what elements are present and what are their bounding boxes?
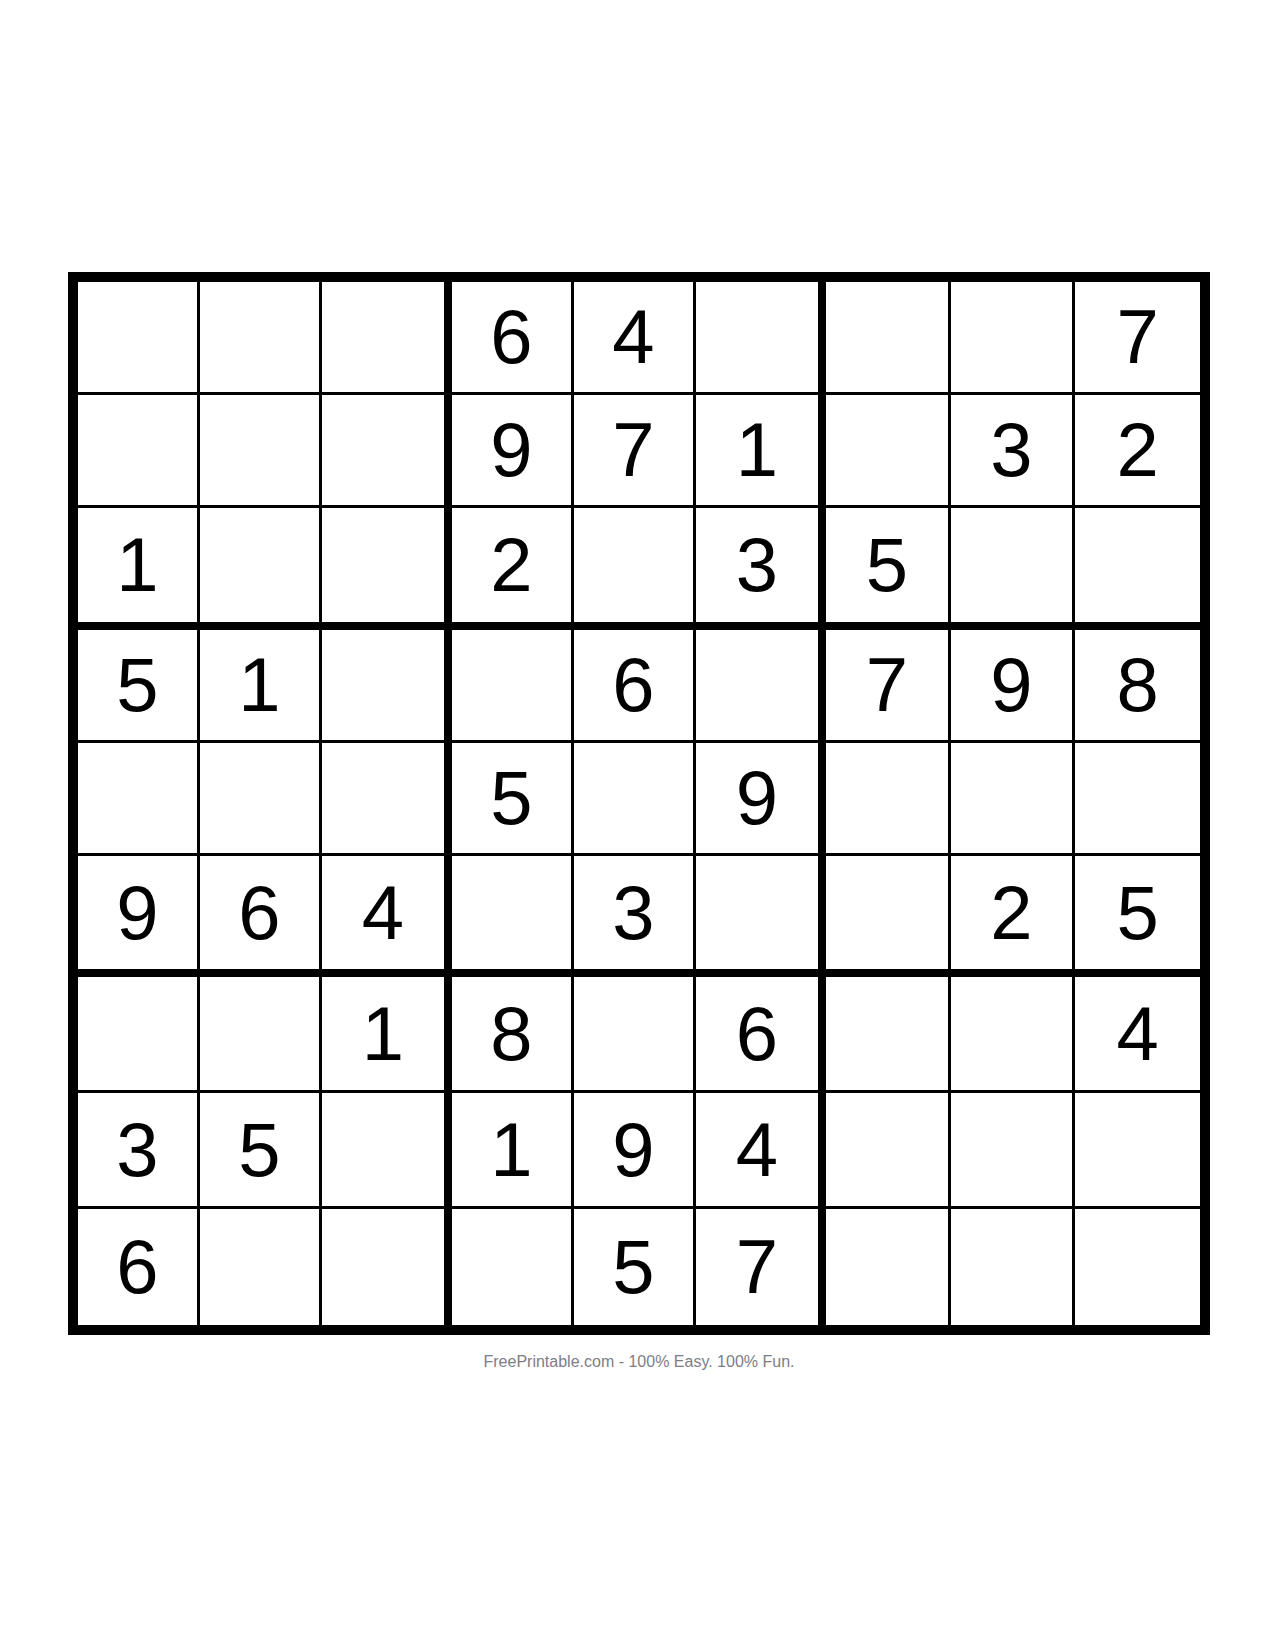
cell-r3c4-given: 2 xyxy=(452,508,574,621)
cell-r4c6-empty xyxy=(696,630,818,743)
cell-r5c9-empty xyxy=(1075,743,1200,856)
cell-r1c6-empty xyxy=(696,282,818,395)
cell-r9c5-given: 5 xyxy=(574,1209,696,1325)
cell-r6c4-empty xyxy=(452,856,574,969)
cell-r2c7-empty xyxy=(826,395,951,508)
cell-r8c9-empty xyxy=(1075,1093,1200,1209)
cell-r9c4-empty xyxy=(452,1209,574,1325)
cell-r8c8-empty xyxy=(951,1093,1076,1209)
cell-r9c8-empty xyxy=(951,1209,1076,1325)
cell-r1c3-empty xyxy=(322,282,444,395)
cell-r8c2-given: 5 xyxy=(200,1093,322,1209)
cell-r4c2-given: 1 xyxy=(200,630,322,743)
box-7: 1356 xyxy=(78,977,452,1325)
cell-r7c1-empty xyxy=(78,977,200,1093)
cell-r8c4-given: 1 xyxy=(452,1093,574,1209)
cell-r3c7-given: 5 xyxy=(826,508,951,621)
cell-r5c4-given: 5 xyxy=(452,743,574,856)
cell-r5c8-empty xyxy=(951,743,1076,856)
cell-r4c3-empty xyxy=(322,630,444,743)
cell-r7c2-empty xyxy=(200,977,322,1093)
cell-r1c2-empty xyxy=(200,282,322,395)
cell-r9c9-empty xyxy=(1075,1209,1200,1325)
cell-r4c1-given: 5 xyxy=(78,630,200,743)
cell-r5c5-empty xyxy=(574,743,696,856)
cell-r4c5-given: 6 xyxy=(574,630,696,743)
cell-r2c6-given: 1 xyxy=(696,395,818,508)
cell-r6c6-empty xyxy=(696,856,818,969)
cell-r9c7-empty xyxy=(826,1209,951,1325)
cell-r2c3-empty xyxy=(322,395,444,508)
cell-r5c3-empty xyxy=(322,743,444,856)
box-2: 6497123 xyxy=(452,282,826,630)
cell-r5c7-empty xyxy=(826,743,951,856)
box-5: 6593 xyxy=(452,630,826,978)
cell-r7c9-given: 4 xyxy=(1075,977,1200,1093)
cell-r3c2-empty xyxy=(200,508,322,621)
cell-r1c4-given: 6 xyxy=(452,282,574,395)
sudoku-board: 16497123732551964659379825135686194574 xyxy=(68,272,1210,1335)
cell-r3c9-empty xyxy=(1075,508,1200,621)
cell-r5c1-empty xyxy=(78,743,200,856)
box-3: 7325 xyxy=(826,282,1200,630)
cell-r1c8-empty xyxy=(951,282,1076,395)
footer-credit: FreePrintable.com - 100% Easy. 100% Fun. xyxy=(68,1353,1210,1371)
cell-r1c9-given: 7 xyxy=(1075,282,1200,395)
cell-r2c9-given: 2 xyxy=(1075,395,1200,508)
cell-r4c4-empty xyxy=(452,630,574,743)
cell-r9c1-given: 6 xyxy=(78,1209,200,1325)
cell-r4c9-given: 8 xyxy=(1075,630,1200,743)
cell-r7c6-given: 6 xyxy=(696,977,818,1093)
box-6: 79825 xyxy=(826,630,1200,978)
cell-r3c3-empty xyxy=(322,508,444,621)
cell-r2c1-empty xyxy=(78,395,200,508)
cell-r5c2-empty xyxy=(200,743,322,856)
cell-r7c5-empty xyxy=(574,977,696,1093)
cell-r7c4-given: 8 xyxy=(452,977,574,1093)
box-9: 4 xyxy=(826,977,1200,1325)
cell-r6c1-given: 9 xyxy=(78,856,200,969)
cell-r6c9-given: 5 xyxy=(1075,856,1200,969)
cell-r9c2-empty xyxy=(200,1209,322,1325)
cell-r9c6-given: 7 xyxy=(696,1209,818,1325)
cell-r2c4-given: 9 xyxy=(452,395,574,508)
cell-r3c1-given: 1 xyxy=(78,508,200,621)
cell-r8c1-given: 3 xyxy=(78,1093,200,1209)
cell-r7c7-empty xyxy=(826,977,951,1093)
cell-r6c7-empty xyxy=(826,856,951,969)
box-4: 51964 xyxy=(78,630,452,978)
cell-r2c8-given: 3 xyxy=(951,395,1076,508)
cell-r2c2-empty xyxy=(200,395,322,508)
cell-r1c5-given: 4 xyxy=(574,282,696,395)
cell-r1c1-empty xyxy=(78,282,200,395)
cell-r2c5-given: 7 xyxy=(574,395,696,508)
cell-r5c6-given: 9 xyxy=(696,743,818,856)
cell-r9c3-empty xyxy=(322,1209,444,1325)
cell-r8c5-given: 9 xyxy=(574,1093,696,1209)
cell-r7c3-given: 1 xyxy=(322,977,444,1093)
cell-r4c8-given: 9 xyxy=(951,630,1076,743)
cell-r8c3-empty xyxy=(322,1093,444,1209)
cell-r7c8-empty xyxy=(951,977,1076,1093)
cell-r8c6-given: 4 xyxy=(696,1093,818,1209)
cell-r3c8-empty xyxy=(951,508,1076,621)
cell-r8c7-empty xyxy=(826,1093,951,1209)
cell-r1c7-empty xyxy=(826,282,951,395)
cell-r6c5-given: 3 xyxy=(574,856,696,969)
box-1: 1 xyxy=(78,282,452,630)
cell-r3c5-empty xyxy=(574,508,696,621)
cell-r4c7-given: 7 xyxy=(826,630,951,743)
cell-r6c2-given: 6 xyxy=(200,856,322,969)
cell-r3c6-given: 3 xyxy=(696,508,818,621)
box-8: 8619457 xyxy=(452,977,826,1325)
cell-r6c8-given: 2 xyxy=(951,856,1076,969)
cell-r6c3-given: 4 xyxy=(322,856,444,969)
